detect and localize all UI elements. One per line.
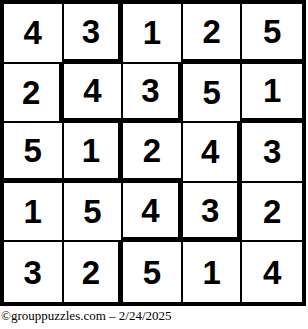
cell-r1c2: 3 bbox=[64, 4, 124, 64]
cell-r4c3: 4 bbox=[123, 183, 183, 243]
cell-r2c3: 3 bbox=[123, 64, 183, 124]
cell-r1c5: 5 bbox=[242, 4, 302, 64]
cell-r1c1: 4 bbox=[4, 4, 64, 64]
cell-r4c5: 2 bbox=[242, 183, 302, 243]
cell-r3c3: 2 bbox=[123, 123, 183, 183]
cell-r3c4: 4 bbox=[183, 123, 243, 183]
cell-r4c1: 1 bbox=[4, 183, 64, 243]
cell-r2c1: 2 bbox=[4, 64, 64, 124]
cell-r5c3: 5 bbox=[123, 242, 183, 302]
cell-r2c5: 1 bbox=[242, 64, 302, 124]
cell-r4c4: 3 bbox=[183, 183, 243, 243]
cell-r5c5: 4 bbox=[242, 242, 302, 302]
cell-r2c4: 5 bbox=[183, 64, 243, 124]
cell-r5c4: 1 bbox=[183, 242, 243, 302]
cell-r5c1: 3 bbox=[4, 242, 64, 302]
puzzle-page: 4312524351512431543232514 ©grouppuzzles.… bbox=[0, 0, 308, 329]
copyright-credit: ©grouppuzzles.com – 2/24/2025 bbox=[1, 308, 172, 324]
cell-r5c2: 2 bbox=[64, 242, 124, 302]
cell-r4c2: 5 bbox=[64, 183, 124, 243]
cell-r1c3: 1 bbox=[123, 4, 183, 64]
sudoku-board: 4312524351512431543232514 bbox=[0, 0, 306, 306]
cell-r3c5: 3 bbox=[242, 123, 302, 183]
cell-r2c2: 4 bbox=[64, 64, 124, 124]
cell-r3c1: 5 bbox=[4, 123, 64, 183]
cell-r3c2: 1 bbox=[64, 123, 124, 183]
cell-r1c4: 2 bbox=[183, 4, 243, 64]
